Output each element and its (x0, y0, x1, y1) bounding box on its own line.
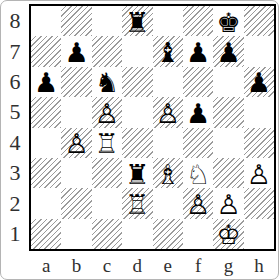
black-pawn[interactable]: ♟ (186, 100, 210, 127)
white-pawn[interactable]: ♙ (64, 130, 88, 157)
rank-label-8: 8 (1, 6, 29, 36)
rank-labels: 87654321 (1, 6, 29, 249)
chess-board: ♜♚♟♝♟♟♟♞♟♙♙♟♙♖♜♗♘♙♖♙♙♔ (29, 4, 276, 251)
square-b8[interactable] (61, 6, 91, 36)
white-rook[interactable]: ♖ (125, 191, 149, 218)
square-d7[interactable] (122, 36, 152, 66)
square-d2[interactable]: ♖ (122, 188, 152, 218)
square-g3[interactable] (213, 158, 243, 188)
file-label-d: d (122, 253, 152, 277)
square-f1[interactable] (183, 219, 213, 249)
square-f7[interactable]: ♟ (183, 36, 213, 66)
chess-diagram: 87654321 ♜♚♟♝♟♟♟♞♟♙♙♟♙♖♜♗♘♙♖♙♙♔ abcdefgh (0, 0, 279, 280)
rank-label-2: 2 (1, 188, 29, 218)
square-a7[interactable] (31, 36, 61, 66)
square-g6[interactable] (213, 67, 243, 97)
rank-label-1: 1 (1, 219, 29, 249)
white-bishop[interactable]: ♗ (156, 161, 180, 188)
square-c1[interactable] (92, 219, 122, 249)
square-d4[interactable] (122, 128, 152, 158)
black-pawn[interactable]: ♟ (186, 39, 210, 66)
rank-label-7: 7 (1, 36, 29, 66)
file-labels: abcdefgh (31, 253, 274, 277)
black-rook[interactable]: ♜ (125, 161, 149, 188)
rank-label-6: 6 (1, 67, 29, 97)
file-label-a: a (31, 253, 61, 277)
black-knight[interactable]: ♞ (95, 69, 119, 96)
square-e2[interactable] (153, 188, 183, 218)
square-a8[interactable] (31, 6, 61, 36)
square-c6[interactable]: ♞ (92, 67, 122, 97)
square-d1[interactable] (122, 219, 152, 249)
square-g1[interactable]: ♔ (213, 219, 243, 249)
square-d3[interactable]: ♜ (122, 158, 152, 188)
square-a2[interactable] (31, 188, 61, 218)
square-e8[interactable] (153, 6, 183, 36)
square-a3[interactable] (31, 158, 61, 188)
white-pawn[interactable]: ♙ (186, 191, 210, 218)
file-label-b: b (61, 253, 91, 277)
square-b6[interactable] (61, 67, 91, 97)
black-king[interactable]: ♚ (216, 9, 240, 36)
rank-label-4: 4 (1, 128, 29, 158)
white-pawn[interactable]: ♙ (95, 100, 119, 127)
square-b3[interactable] (61, 158, 91, 188)
white-rook[interactable]: ♖ (95, 130, 119, 157)
square-d6[interactable] (122, 67, 152, 97)
file-label-c: c (92, 253, 122, 277)
square-c7[interactable] (92, 36, 122, 66)
file-label-e: e (153, 253, 183, 277)
square-e3[interactable]: ♗ (153, 158, 183, 188)
square-c8[interactable] (92, 6, 122, 36)
square-f3[interactable]: ♘ (183, 158, 213, 188)
square-a6[interactable]: ♟ (31, 67, 61, 97)
white-knight[interactable]: ♘ (186, 161, 210, 188)
square-a4[interactable] (31, 128, 61, 158)
square-c4[interactable]: ♖ (92, 128, 122, 158)
square-b5[interactable] (61, 97, 91, 127)
square-e4[interactable] (153, 128, 183, 158)
square-g7[interactable]: ♟ (213, 36, 243, 66)
file-label-h: h (244, 253, 274, 277)
square-h7[interactable] (244, 36, 274, 66)
square-f5[interactable]: ♟ (183, 97, 213, 127)
black-bishop[interactable]: ♝ (156, 39, 180, 66)
square-h5[interactable] (244, 97, 274, 127)
square-g8[interactable]: ♚ (213, 6, 243, 36)
square-b1[interactable] (61, 219, 91, 249)
square-h8[interactable] (244, 6, 274, 36)
square-g5[interactable] (213, 97, 243, 127)
square-f8[interactable] (183, 6, 213, 36)
square-g4[interactable] (213, 128, 243, 158)
file-label-f: f (183, 253, 213, 277)
square-a1[interactable] (31, 219, 61, 249)
square-c3[interactable] (92, 158, 122, 188)
square-h1[interactable] (244, 219, 274, 249)
square-b7[interactable]: ♟ (61, 36, 91, 66)
rank-label-3: 3 (1, 158, 29, 188)
white-pawn[interactable]: ♙ (247, 161, 271, 188)
square-c5[interactable]: ♙ (92, 97, 122, 127)
square-h2[interactable] (244, 188, 274, 218)
square-h4[interactable] (244, 128, 274, 158)
white-pawn[interactable]: ♙ (156, 100, 180, 127)
white-pawn[interactable]: ♙ (216, 191, 240, 218)
black-pawn[interactable]: ♟ (247, 69, 271, 96)
square-d5[interactable] (122, 97, 152, 127)
rank-label-5: 5 (1, 97, 29, 127)
square-f4[interactable] (183, 128, 213, 158)
black-pawn[interactable]: ♟ (34, 69, 58, 96)
white-king[interactable]: ♔ (216, 221, 240, 248)
square-e5[interactable]: ♙ (153, 97, 183, 127)
square-b2[interactable] (61, 188, 91, 218)
square-e1[interactable] (153, 219, 183, 249)
square-f2[interactable]: ♙ (183, 188, 213, 218)
square-a5[interactable] (31, 97, 61, 127)
square-g2[interactable]: ♙ (213, 188, 243, 218)
black-pawn[interactable]: ♟ (64, 39, 88, 66)
square-e7[interactable]: ♝ (153, 36, 183, 66)
square-d8[interactable]: ♜ (122, 6, 152, 36)
square-e6[interactable] (153, 67, 183, 97)
square-b4[interactable]: ♙ (61, 128, 91, 158)
black-pawn[interactable]: ♟ (216, 39, 240, 66)
square-f6[interactable] (183, 67, 213, 97)
square-c2[interactable] (92, 188, 122, 218)
square-h6[interactable]: ♟ (244, 67, 274, 97)
black-rook[interactable]: ♜ (125, 9, 149, 36)
square-h3[interactable]: ♙ (244, 158, 274, 188)
file-label-g: g (213, 253, 243, 277)
